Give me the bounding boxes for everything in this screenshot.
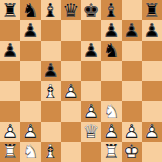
white-queen-piece: ♛♕ — [81, 122, 101, 142]
piece-glyph: ♟ — [122, 20, 142, 40]
piece-outline-glyph: ♘ — [20, 142, 40, 162]
piece-glyph: ♚ — [81, 0, 101, 20]
piece-glyph: ♟ — [122, 122, 142, 142]
piece-outline-glyph: ♔ — [81, 0, 101, 20]
piece-outline-glyph: ♙ — [0, 41, 20, 61]
piece-glyph: ♝ — [41, 0, 61, 20]
piece-glyph: ♜ — [101, 142, 121, 162]
piece-outline-glyph: ♙ — [142, 122, 162, 142]
piece-glyph: ♝ — [101, 0, 121, 20]
square-d4[interactable]: ♟♙ — [61, 81, 81, 101]
piece-outline-glyph: ♕ — [61, 0, 81, 20]
piece-glyph: ♞ — [101, 41, 121, 61]
square-a6[interactable]: ♟♙ — [0, 41, 20, 61]
piece-glyph: ♟ — [0, 122, 20, 142]
white-pawn-piece: ♟♙ — [61, 81, 81, 101]
piece-glyph: ♟ — [0, 41, 20, 61]
piece-glyph: ♟ — [101, 122, 121, 142]
piece-outline-glyph: ♘ — [20, 0, 40, 20]
square-a2[interactable]: ♟♙ — [0, 122, 20, 142]
square-c7[interactable] — [41, 20, 61, 40]
square-g5[interactable] — [122, 61, 142, 81]
square-h7[interactable]: ♟♙ — [142, 20, 162, 40]
piece-outline-glyph: ♙ — [0, 122, 20, 142]
square-d8[interactable]: ♛♕ — [61, 0, 81, 20]
square-b8[interactable]: ♞♘ — [20, 0, 40, 20]
square-c2[interactable] — [41, 122, 61, 142]
piece-outline-glyph: ♗ — [41, 142, 61, 162]
black-rook-piece: ♜♖ — [142, 0, 162, 20]
square-b7[interactable]: ♟♙ — [20, 20, 40, 40]
piece-glyph: ♜ — [0, 142, 20, 162]
square-g4[interactable] — [122, 81, 142, 101]
square-e8[interactable]: ♚♔ — [81, 0, 101, 20]
piece-glyph: ♟ — [61, 81, 81, 101]
square-e7[interactable] — [81, 20, 101, 40]
white-pawn-piece: ♟♙ — [81, 101, 101, 121]
square-c4[interactable]: ♝♗ — [41, 81, 61, 101]
square-f6[interactable]: ♞♘ — [101, 41, 121, 61]
piece-outline-glyph: ♙ — [20, 20, 40, 40]
piece-glyph: ♟ — [20, 20, 40, 40]
square-h4[interactable] — [142, 81, 162, 101]
black-pawn-piece: ♟♙ — [101, 20, 121, 40]
piece-outline-glyph: ♙ — [61, 81, 81, 101]
square-e6[interactable]: ♟♙ — [81, 41, 101, 61]
square-h1[interactable] — [142, 142, 162, 162]
piece-outline-glyph: ♕ — [81, 122, 101, 142]
white-pawn-piece: ♟♙ — [122, 122, 142, 142]
square-a7[interactable] — [0, 20, 20, 40]
piece-glyph: ♞ — [20, 142, 40, 162]
piece-outline-glyph: ♙ — [142, 20, 162, 40]
piece-outline-glyph: ♔ — [122, 142, 142, 162]
square-b1[interactable]: ♞♘ — [20, 142, 40, 162]
piece-outline-glyph: ♘ — [101, 41, 121, 61]
piece-glyph: ♟ — [81, 41, 101, 61]
square-f7[interactable]: ♟♙ — [101, 20, 121, 40]
white-pawn-piece: ♟♙ — [142, 122, 162, 142]
piece-outline-glyph: ♙ — [101, 20, 121, 40]
piece-outline-glyph: ♙ — [81, 41, 101, 61]
black-rook-piece: ♜♖ — [0, 0, 20, 20]
square-h6[interactable] — [142, 41, 162, 61]
black-knight-piece: ♞♘ — [101, 41, 121, 61]
square-b2[interactable]: ♟♙ — [20, 122, 40, 142]
square-c6[interactable] — [41, 41, 61, 61]
square-h3[interactable] — [142, 101, 162, 121]
piece-glyph: ♛ — [61, 0, 81, 20]
square-c3[interactable] — [41, 101, 61, 121]
square-a4[interactable] — [0, 81, 20, 101]
square-f5[interactable] — [101, 61, 121, 81]
square-f3[interactable]: ♞♘ — [101, 101, 121, 121]
square-d2[interactable] — [61, 122, 81, 142]
square-g7[interactable]: ♟♙ — [122, 20, 142, 40]
square-a1[interactable]: ♜♖ — [0, 142, 20, 162]
black-king-piece: ♚♔ — [81, 0, 101, 20]
square-e2[interactable]: ♛♕ — [81, 122, 101, 142]
square-b4[interactable] — [20, 81, 40, 101]
black-queen-piece: ♛♕ — [61, 0, 81, 20]
square-e4[interactable] — [81, 81, 101, 101]
square-c8[interactable]: ♝♗ — [41, 0, 61, 20]
black-knight-piece: ♞♘ — [20, 0, 40, 20]
square-g6[interactable] — [122, 41, 142, 61]
piece-glyph: ♞ — [101, 101, 121, 121]
white-king-piece: ♚♔ — [122, 142, 142, 162]
piece-glyph: ♝ — [41, 142, 61, 162]
square-f2[interactable]: ♟♙ — [101, 122, 121, 142]
piece-glyph: ♝ — [41, 81, 61, 101]
square-h8[interactable]: ♜♖ — [142, 0, 162, 20]
black-pawn-piece: ♟♙ — [41, 61, 61, 81]
piece-outline-glyph: ♖ — [0, 142, 20, 162]
piece-outline-glyph: ♙ — [20, 122, 40, 142]
piece-glyph: ♜ — [0, 0, 20, 20]
square-c5[interactable]: ♟♙ — [41, 61, 61, 81]
square-e5[interactable] — [81, 61, 101, 81]
piece-outline-glyph: ♘ — [101, 101, 121, 121]
square-f8[interactable]: ♝♗ — [101, 0, 121, 20]
chessboard: ♜♖♞♘♝♗♛♕♚♔♝♗♜♖♟♙♟♙♟♙♟♙♟♙♟♙♞♘♟♙♝♗♟♙♟♙♞♘♟♙… — [0, 0, 162, 162]
piece-glyph: ♞ — [20, 0, 40, 20]
piece-outline-glyph: ♙ — [81, 101, 101, 121]
piece-glyph: ♟ — [142, 20, 162, 40]
square-h5[interactable] — [142, 61, 162, 81]
square-a3[interactable] — [0, 101, 20, 121]
piece-outline-glyph: ♗ — [41, 81, 61, 101]
piece-glyph: ♟ — [81, 101, 101, 121]
white-pawn-piece: ♟♙ — [101, 122, 121, 142]
white-knight-piece: ♞♘ — [20, 142, 40, 162]
square-d6[interactable] — [61, 41, 81, 61]
square-c1[interactable]: ♝♗ — [41, 142, 61, 162]
square-d1[interactable] — [61, 142, 81, 162]
piece-glyph: ♚ — [122, 142, 142, 162]
piece-glyph: ♛ — [81, 122, 101, 142]
square-f4[interactable] — [101, 81, 121, 101]
piece-outline-glyph: ♙ — [122, 20, 142, 40]
black-pawn-piece: ♟♙ — [20, 20, 40, 40]
square-g8[interactable] — [122, 0, 142, 20]
black-pawn-piece: ♟♙ — [122, 20, 142, 40]
black-pawn-piece: ♟♙ — [81, 41, 101, 61]
square-b5[interactable] — [20, 61, 40, 81]
white-pawn-piece: ♟♙ — [0, 122, 20, 142]
white-pawn-piece: ♟♙ — [20, 122, 40, 142]
square-h2[interactable]: ♟♙ — [142, 122, 162, 142]
black-pawn-piece: ♟♙ — [0, 41, 20, 61]
square-d5[interactable] — [61, 61, 81, 81]
white-rook-piece: ♜♖ — [0, 142, 20, 162]
black-bishop-piece: ♝♗ — [101, 0, 121, 20]
square-e3[interactable]: ♟♙ — [81, 101, 101, 121]
piece-outline-glyph: ♙ — [122, 122, 142, 142]
piece-outline-glyph: ♗ — [101, 0, 121, 20]
piece-outline-glyph: ♗ — [41, 0, 61, 20]
square-g3[interactable] — [122, 101, 142, 121]
piece-outline-glyph: ♖ — [101, 142, 121, 162]
piece-outline-glyph: ♙ — [41, 61, 61, 81]
square-d3[interactable] — [61, 101, 81, 121]
piece-glyph: ♜ — [142, 0, 162, 20]
piece-glyph: ♟ — [142, 122, 162, 142]
square-a5[interactable] — [0, 61, 20, 81]
white-bishop-piece: ♝♗ — [41, 142, 61, 162]
white-rook-piece: ♜♖ — [101, 142, 121, 162]
square-b3[interactable] — [20, 101, 40, 121]
square-e1[interactable] — [81, 142, 101, 162]
white-knight-piece: ♞♘ — [101, 101, 121, 121]
piece-outline-glyph: ♙ — [101, 122, 121, 142]
piece-outline-glyph: ♖ — [0, 0, 20, 20]
black-pawn-piece: ♟♙ — [142, 20, 162, 40]
square-g2[interactable]: ♟♙ — [122, 122, 142, 142]
square-b6[interactable] — [20, 41, 40, 61]
square-a8[interactable]: ♜♖ — [0, 0, 20, 20]
square-f1[interactable]: ♜♖ — [101, 142, 121, 162]
piece-glyph: ♟ — [20, 122, 40, 142]
piece-glyph: ♟ — [41, 61, 61, 81]
black-bishop-piece: ♝♗ — [41, 0, 61, 20]
square-g1[interactable]: ♚♔ — [122, 142, 142, 162]
square-d7[interactable] — [61, 20, 81, 40]
piece-glyph: ♟ — [101, 20, 121, 40]
piece-outline-glyph: ♖ — [142, 0, 162, 20]
white-bishop-piece: ♝♗ — [41, 81, 61, 101]
